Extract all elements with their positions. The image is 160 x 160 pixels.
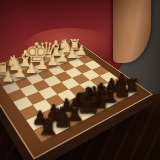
square-h2[interactable]: ♟: [0, 75, 15, 86]
black-rook[interactable]: ♜: [32, 115, 64, 138]
chessboard-scene: ♜♞♝♚♛♝♞♜♟♟♟♟♟♟♟♟♟♟♟♟♟♟♟♟♜♞♝♚♛♝♞♜: [0, 19, 123, 145]
square-h8[interactable]: ♜: [34, 124, 57, 142]
chess-photo-scene: ♜♞♝♚♛♝♞♜♟♟♟♟♟♟♟♟♟♟♟♟♟♟♟♟♜♞♝♚♛♝♞♜: [0, 0, 160, 160]
chess-board: ♜♞♝♚♛♝♞♜♟♟♟♟♟♟♟♟♟♟♟♟♟♟♟♟♜♞♝♚♛♝♞♜: [0, 46, 136, 142]
white-pawn[interactable]: ♟: [0, 70, 21, 85]
